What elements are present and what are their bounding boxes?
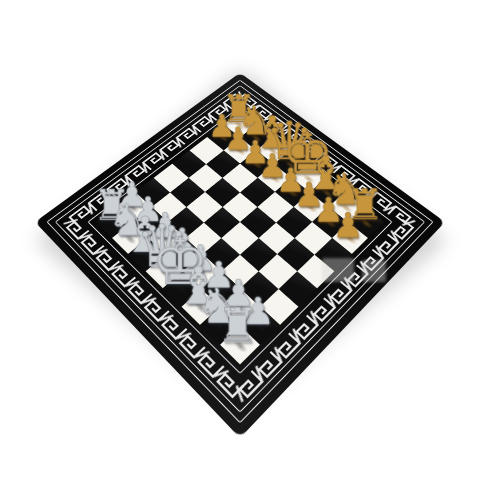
square-h7: ♟ — [332, 222, 369, 254]
square-e5 — [240, 207, 276, 238]
chess-board: ♜♞♝♛♚♝♞♜♟♟♟♟♟♟♟♟♟♟♟♟♟♟♟♟♜♞♝♛♚♝♞♜ — [35, 73, 445, 438]
board-grid: ♜♞♝♛♚♝♞♜♟♟♟♟♟♟♟♟♟♟♟♟♟♟♟♟♜♞♝♛♚♝♞♜ — [96, 112, 384, 364]
square-h1: ♜ — [220, 325, 261, 364]
photo-canvas: ♜♞♝♛♚♝♞♜♟♟♟♟♟♟♟♟♟♟♟♟♟♟♟♟♜♞♝♛♚♝♞♜ — [0, 0, 480, 480]
scene: ♜♞♝♛♚♝♞♜♟♟♟♟♟♟♟♟♟♟♟♟♟♟♟♟♜♞♝♛♚♝♞♜ — [0, 0, 480, 480]
